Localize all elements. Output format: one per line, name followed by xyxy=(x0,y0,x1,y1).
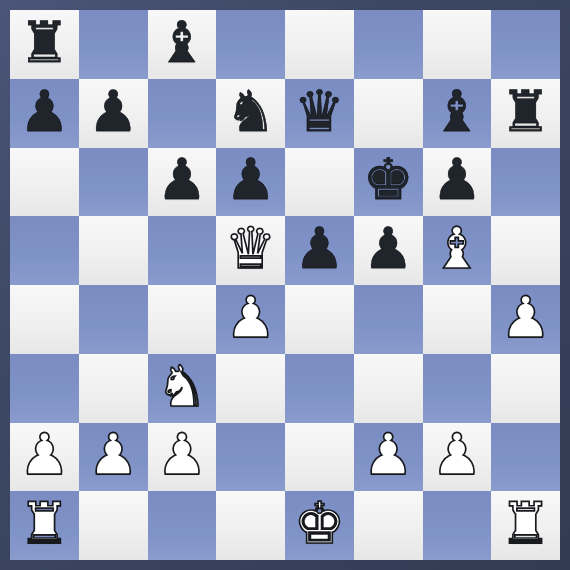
piece-white-rook: ♜ xyxy=(500,495,551,552)
piece-black-pawn: ♟ xyxy=(294,220,345,277)
square-b5[interactable] xyxy=(79,216,148,285)
square-g7[interactable]: ♝ xyxy=(423,79,492,148)
square-b7[interactable]: ♟ xyxy=(79,79,148,148)
piece-black-pawn: ♟ xyxy=(88,83,139,140)
square-h4[interactable]: ♟ xyxy=(491,285,560,354)
square-h1[interactable]: ♜ xyxy=(491,491,560,560)
piece-white-bishop: ♝ xyxy=(431,220,482,277)
square-g5[interactable]: ♝ xyxy=(423,216,492,285)
square-f7[interactable] xyxy=(354,79,423,148)
square-a6[interactable] xyxy=(10,148,79,217)
square-g3[interactable] xyxy=(423,354,492,423)
square-h6[interactable] xyxy=(491,148,560,217)
square-e6[interactable] xyxy=(285,148,354,217)
square-c4[interactable] xyxy=(148,285,217,354)
square-b2[interactable]: ♟ xyxy=(79,423,148,492)
piece-white-pawn: ♟ xyxy=(88,426,139,483)
square-e3[interactable] xyxy=(285,354,354,423)
square-a8[interactable]: ♜ xyxy=(10,10,79,79)
square-e5[interactable]: ♟ xyxy=(285,216,354,285)
square-a3[interactable] xyxy=(10,354,79,423)
square-f4[interactable] xyxy=(354,285,423,354)
square-c6[interactable]: ♟ xyxy=(148,148,217,217)
piece-black-pawn: ♟ xyxy=(363,220,414,277)
square-d7[interactable]: ♞ xyxy=(216,79,285,148)
chess-board: ♜♝♟♟♞♛♝♜♟♟♚♟♛♟♟♝♟♟♞♟♟♟♟♟♜♚♜ xyxy=(10,10,560,560)
square-f3[interactable] xyxy=(354,354,423,423)
piece-black-queen: ♛ xyxy=(294,83,345,140)
piece-black-pawn: ♟ xyxy=(431,151,482,208)
square-f6[interactable]: ♚ xyxy=(354,148,423,217)
piece-white-pawn: ♟ xyxy=(431,426,482,483)
square-b6[interactable] xyxy=(79,148,148,217)
square-f5[interactable]: ♟ xyxy=(354,216,423,285)
square-a2[interactable]: ♟ xyxy=(10,423,79,492)
piece-white-rook: ♜ xyxy=(19,495,70,552)
square-c2[interactable]: ♟ xyxy=(148,423,217,492)
square-e1[interactable]: ♚ xyxy=(285,491,354,560)
piece-white-pawn: ♟ xyxy=(19,426,70,483)
square-c5[interactable] xyxy=(148,216,217,285)
square-f8[interactable] xyxy=(354,10,423,79)
piece-black-knight: ♞ xyxy=(225,83,276,140)
square-g6[interactable]: ♟ xyxy=(423,148,492,217)
square-h7[interactable]: ♜ xyxy=(491,79,560,148)
piece-white-pawn: ♟ xyxy=(225,289,276,346)
square-c8[interactable]: ♝ xyxy=(148,10,217,79)
square-h3[interactable] xyxy=(491,354,560,423)
piece-black-pawn: ♟ xyxy=(225,151,276,208)
square-e7[interactable]: ♛ xyxy=(285,79,354,148)
square-a7[interactable]: ♟ xyxy=(10,79,79,148)
square-d1[interactable] xyxy=(216,491,285,560)
square-e8[interactable] xyxy=(285,10,354,79)
square-g2[interactable]: ♟ xyxy=(423,423,492,492)
square-g1[interactable] xyxy=(423,491,492,560)
piece-black-rook: ♜ xyxy=(500,83,551,140)
square-g4[interactable] xyxy=(423,285,492,354)
piece-white-queen: ♛ xyxy=(225,220,276,277)
square-c3[interactable]: ♞ xyxy=(148,354,217,423)
piece-black-pawn: ♟ xyxy=(156,151,207,208)
square-f1[interactable] xyxy=(354,491,423,560)
square-h5[interactable] xyxy=(491,216,560,285)
piece-white-pawn: ♟ xyxy=(500,289,551,346)
square-b4[interactable] xyxy=(79,285,148,354)
piece-black-bishop: ♝ xyxy=(156,14,207,71)
chess-board-frame: ♜♝♟♟♞♛♝♜♟♟♚♟♛♟♟♝♟♟♞♟♟♟♟♟♜♚♜ xyxy=(0,0,570,570)
square-b3[interactable] xyxy=(79,354,148,423)
square-d5[interactable]: ♛ xyxy=(216,216,285,285)
square-d2[interactable] xyxy=(216,423,285,492)
square-h8[interactable] xyxy=(491,10,560,79)
square-e4[interactable] xyxy=(285,285,354,354)
piece-white-pawn: ♟ xyxy=(363,426,414,483)
square-f2[interactable]: ♟ xyxy=(354,423,423,492)
square-d8[interactable] xyxy=(216,10,285,79)
square-b8[interactable] xyxy=(79,10,148,79)
square-d3[interactable] xyxy=(216,354,285,423)
piece-black-pawn: ♟ xyxy=(19,83,70,140)
square-g8[interactable] xyxy=(423,10,492,79)
square-a4[interactable] xyxy=(10,285,79,354)
square-d4[interactable]: ♟ xyxy=(216,285,285,354)
piece-white-knight: ♞ xyxy=(156,358,207,415)
piece-black-bishop: ♝ xyxy=(431,83,482,140)
piece-white-pawn: ♟ xyxy=(156,426,207,483)
square-c7[interactable] xyxy=(148,79,217,148)
piece-white-king: ♚ xyxy=(294,495,345,552)
piece-black-king: ♚ xyxy=(363,151,414,208)
square-e2[interactable] xyxy=(285,423,354,492)
square-c1[interactable] xyxy=(148,491,217,560)
piece-black-rook: ♜ xyxy=(19,14,70,71)
square-a5[interactable] xyxy=(10,216,79,285)
square-b1[interactable] xyxy=(79,491,148,560)
square-a1[interactable]: ♜ xyxy=(10,491,79,560)
square-d6[interactable]: ♟ xyxy=(216,148,285,217)
square-h2[interactable] xyxy=(491,423,560,492)
